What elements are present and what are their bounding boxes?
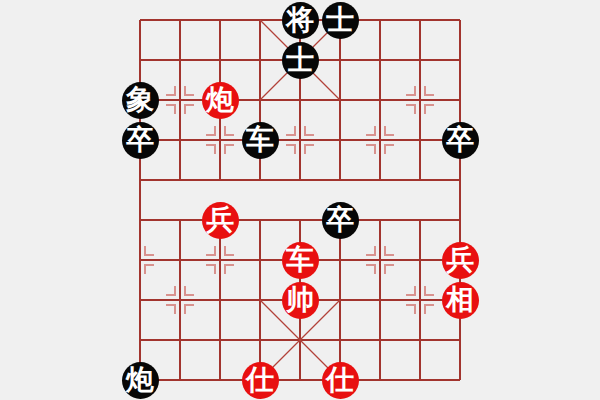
piece-black-elephant[interactable]: 象 (122, 82, 159, 119)
piece-black-pawn-2[interactable]: 卒 (442, 122, 479, 159)
piece-black-pawn-1[interactable]: 卒 (122, 122, 159, 159)
piece-black-advisor-2[interactable]: 士 (282, 42, 319, 79)
piece-black-advisor-1[interactable]: 士 (322, 2, 359, 39)
piece-black-pawn-3[interactable]: 卒 (322, 202, 359, 239)
piece-red-general[interactable]: 帅 (282, 282, 319, 319)
piece-red-pawn-1[interactable]: 兵 (202, 202, 239, 239)
piece-red-cannon[interactable]: 炮 (202, 82, 239, 119)
piece-red-pawn-2[interactable]: 兵 (442, 242, 479, 279)
pieces-layer: 将士士象炮卒车卒兵卒车兵帅相炮仕仕 (0, 0, 600, 400)
piece-red-advisor-2[interactable]: 仕 (322, 362, 359, 399)
piece-black-general[interactable]: 将 (282, 2, 319, 39)
piece-black-chariot[interactable]: 车 (242, 122, 279, 159)
piece-black-cannon[interactable]: 炮 (122, 362, 159, 399)
piece-red-advisor-1[interactable]: 仕 (242, 362, 279, 399)
piece-red-chariot[interactable]: 车 (282, 242, 319, 279)
piece-red-elephant[interactable]: 相 (442, 282, 479, 319)
xiangqi-board: 将士士象炮卒车卒兵卒车兵帅相炮仕仕 (0, 0, 600, 400)
